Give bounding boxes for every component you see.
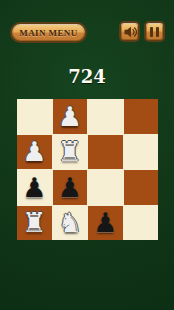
- white-knight: ♞: [58, 209, 82, 236]
- white-rook: ♜: [22, 209, 46, 236]
- chess-board: ♟♟♜♟♟♜♞♟: [17, 99, 158, 240]
- black-pawn: ♟: [58, 174, 82, 201]
- board-square-r3c1[interactable]: ♟: [17, 170, 52, 205]
- black-pawn: ♟: [93, 209, 117, 236]
- level-number: 724: [0, 66, 174, 87]
- pause-button[interactable]: [144, 21, 165, 42]
- black-pawn: ♟: [22, 174, 46, 201]
- board-square-r4c1[interactable]: ♜: [17, 206, 52, 241]
- board-square-r3c4[interactable]: [124, 170, 159, 205]
- board-square-r1c1[interactable]: [17, 99, 52, 134]
- white-pawn: ♟: [58, 103, 82, 130]
- board-square-r2c1[interactable]: ♟: [17, 135, 52, 170]
- board-square-r2c3[interactable]: [88, 135, 123, 170]
- board-square-r4c2[interactable]: ♞: [53, 206, 88, 241]
- board-square-r4c4[interactable]: [124, 206, 159, 241]
- white-rook: ♜: [58, 138, 82, 165]
- speaker-icon: [123, 25, 137, 39]
- sound-button[interactable]: [119, 21, 140, 42]
- board-square-r2c4[interactable]: [124, 135, 159, 170]
- board-square-r4c3[interactable]: ♟: [88, 206, 123, 241]
- pause-icon: [150, 27, 159, 37]
- main-menu-label: MAIN MENU: [19, 28, 77, 38]
- main-menu-button[interactable]: MAIN MENU: [10, 22, 87, 43]
- board-square-r1c3[interactable]: [88, 99, 123, 134]
- board-square-r1c2[interactable]: ♟: [53, 99, 88, 134]
- board-square-r2c2[interactable]: ♜: [53, 135, 88, 170]
- board-square-r1c4[interactable]: [124, 99, 159, 134]
- game-screen: MAIN MENU 724 ♟♟♜♟♟♜♞♟: [0, 0, 174, 310]
- board-square-r3c3[interactable]: [88, 170, 123, 205]
- white-pawn: ♟: [22, 138, 46, 165]
- board-square-r3c2[interactable]: ♟: [53, 170, 88, 205]
